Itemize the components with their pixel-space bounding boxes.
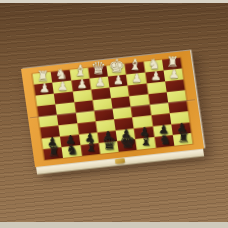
chess-board: ♜♞♝♛♚♝♞♜♟♟♟♟♟♟♟♟♟♟♟♟♟♟♟♟♜♞♝♛♚♝♞♜ [21,51,204,168]
black-pawn-piece: ♟ [135,125,154,137]
board-square: ♝ [136,137,156,150]
white-bishop-piece: ♝ [70,64,89,79]
board-perspective-wrap: ♜♞♝♛♚♝♞♜♟♟♟♟♟♟♟♟♟♟♟♟♟♟♟♟♜♞♝♛♚♝♞♜ [21,51,205,176]
black-pawn-piece: ♟ [43,136,62,148]
white-queen-piece: ♛ [89,60,108,77]
white-pawn-piece: ♟ [146,70,165,82]
board-square: ♜ [43,147,63,160]
black-pawn-piece: ♟ [80,131,99,143]
board-square: ♞ [154,135,174,148]
black-pawn-piece: ♟ [61,133,80,145]
white-pawn-piece: ♟ [35,82,54,94]
white-pawn-piece: ♟ [90,76,109,88]
white-knight-piece: ♞ [52,67,71,81]
clasp-latch [115,158,125,164]
board-square: ♚ [117,139,137,152]
white-pawn-piece: ♟ [53,80,72,92]
black-pawn-piece: ♟ [153,123,172,135]
black-pawn-piece: ♟ [172,121,191,133]
photo-edge-top [0,0,228,3]
white-rook-piece: ♜ [163,55,182,69]
white-rook-piece: ♜ [33,69,52,83]
board-square: ♞ [62,145,82,158]
black-pawn-piece: ♟ [98,129,117,141]
white-bishop-piece: ♝ [126,58,145,73]
white-pawn-piece: ♟ [72,78,91,90]
product-photo-scene: ♜♞♝♛♚♝♞♜♟♟♟♟♟♟♟♟♟♟♟♟♟♟♟♟♜♞♝♛♚♝♞♜ [0,0,228,228]
white-pawn-piece: ♟ [127,72,146,84]
black-pawn-piece: ♟ [117,127,136,139]
white-pawn-piece: ♟ [164,68,183,80]
white-pawn-piece: ♟ [109,74,128,86]
white-knight-piece: ♞ [144,57,163,71]
board-square: ♛ [99,141,119,154]
photo-edge-bottom [0,222,228,228]
board-square: ♝ [80,143,100,156]
board-square: ♜ [173,133,193,146]
white-king-piece: ♚ [107,57,126,75]
